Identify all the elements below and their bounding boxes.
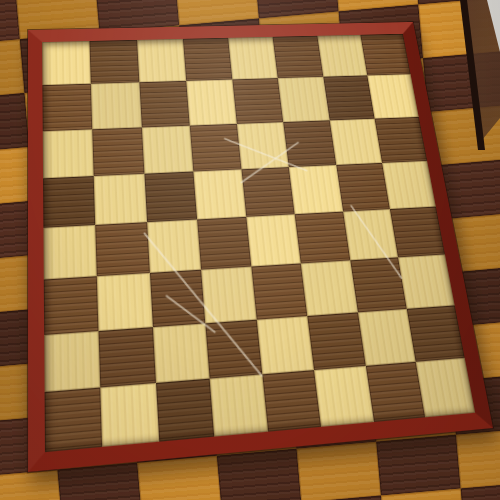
- square-a2: [44, 330, 100, 391]
- square-a3: [44, 276, 99, 334]
- square-a4: [43, 225, 97, 280]
- square-h3: [398, 255, 455, 309]
- square-h1: [415, 358, 475, 418]
- square-a6: [43, 129, 94, 178]
- square-f2: [307, 312, 365, 370]
- square-h7: [367, 74, 419, 118]
- square-f4: [295, 212, 350, 264]
- background-board-square: [0, 470, 62, 500]
- square-b2: [99, 327, 156, 388]
- square-b1: [101, 383, 159, 447]
- square-b5: [94, 174, 147, 225]
- square-g7: [323, 76, 374, 120]
- square-g4: [343, 209, 398, 261]
- square-e6: [237, 122, 289, 169]
- square-h5: [382, 161, 436, 209]
- square-d1: [209, 374, 268, 437]
- chessboard-squares: [42, 34, 475, 452]
- background-board-square: [376, 435, 460, 496]
- square-h4: [390, 207, 445, 258]
- square-d8: [183, 38, 233, 81]
- square-g6: [329, 118, 382, 165]
- square-f7: [278, 77, 329, 122]
- photo-scene: [0, 0, 500, 500]
- square-g3: [350, 258, 407, 312]
- chessboard: [28, 22, 493, 472]
- square-d2: [205, 319, 262, 378]
- square-c8: [137, 39, 186, 83]
- square-a8: [42, 41, 91, 85]
- square-d5: [193, 169, 246, 219]
- square-c6: [141, 125, 193, 173]
- square-a7: [42, 84, 92, 131]
- square-e4: [246, 214, 301, 267]
- background-board-square: [297, 442, 381, 500]
- square-f1: [314, 366, 373, 427]
- background-board-square: [58, 463, 142, 500]
- square-b3: [97, 273, 152, 330]
- square-d4: [197, 217, 251, 270]
- square-f5: [289, 165, 343, 214]
- square-h6: [374, 117, 427, 163]
- square-h8: [360, 34, 410, 76]
- square-f8: [273, 36, 323, 79]
- square-c3: [149, 270, 205, 327]
- square-b6: [92, 127, 143, 176]
- square-e5: [241, 167, 294, 217]
- square-f3: [301, 261, 357, 316]
- square-b8: [90, 40, 139, 84]
- square-f6: [283, 120, 335, 167]
- square-g2: [357, 308, 415, 365]
- square-e7: [232, 78, 283, 123]
- square-c7: [139, 81, 190, 127]
- background-board-square: [217, 449, 301, 500]
- square-g5: [336, 163, 390, 212]
- square-a1: [45, 387, 103, 452]
- square-e8: [228, 37, 278, 80]
- square-b4: [95, 222, 149, 276]
- background-board-square: [137, 456, 221, 500]
- square-b7: [91, 83, 141, 129]
- square-d3: [201, 267, 257, 323]
- square-c5: [144, 171, 197, 222]
- square-a5: [43, 176, 95, 228]
- square-e3: [251, 264, 307, 319]
- square-g8: [317, 35, 367, 77]
- square-e1: [262, 370, 321, 432]
- square-g1: [365, 362, 425, 422]
- square-c2: [152, 323, 209, 383]
- square-c4: [147, 220, 201, 274]
- square-h2: [406, 305, 464, 362]
- square-d6: [189, 123, 241, 171]
- background-board-square: [456, 428, 500, 489]
- square-e2: [257, 316, 315, 375]
- square-d7: [186, 80, 237, 126]
- square-c1: [155, 378, 213, 441]
